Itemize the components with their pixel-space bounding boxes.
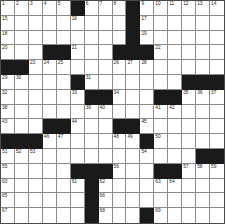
clue-number-18: 18 bbox=[2, 31, 7, 37]
cell-r13c13[interactable]: 64 bbox=[168, 179, 182, 194]
cell-r1c8[interactable]: 7 bbox=[99, 1, 113, 16]
cell-r5c16[interactable] bbox=[210, 60, 224, 75]
cell-r1c11[interactable]: 9 bbox=[140, 1, 154, 16]
cell-r4c16[interactable] bbox=[210, 45, 224, 60]
cell-r2c16[interactable] bbox=[210, 16, 224, 31]
clue-number-9: 9 bbox=[141, 1, 144, 7]
cell-r15c13[interactable] bbox=[168, 208, 182, 223]
cell-r14c5[interactable] bbox=[57, 193, 71, 208]
cell-r6c5[interactable] bbox=[57, 75, 71, 90]
cell-r8c1[interactable]: 38 bbox=[1, 105, 15, 120]
clue-number-14: 14 bbox=[211, 1, 216, 7]
clue-number-20: 20 bbox=[2, 45, 7, 51]
cell-r11c14[interactable] bbox=[182, 149, 196, 164]
clue-number-32: 32 bbox=[2, 90, 7, 96]
cell-r7c11[interactable] bbox=[140, 90, 154, 105]
cell-r10c16[interactable] bbox=[210, 134, 224, 149]
cell-r8c3[interactable] bbox=[29, 105, 43, 120]
clue-number-37: 37 bbox=[211, 90, 216, 96]
black-cell-r1c10 bbox=[126, 1, 140, 16]
clue-number-55: 55 bbox=[2, 164, 7, 170]
cell-r3c15[interactable] bbox=[196, 31, 210, 46]
cell-r12c1[interactable]: 55 bbox=[1, 164, 15, 179]
cell-r15c9[interactable] bbox=[113, 208, 127, 223]
black-cell-r11c16 bbox=[210, 149, 224, 164]
cell-r2c12[interactable] bbox=[154, 16, 168, 31]
black-cell-r15c7 bbox=[85, 208, 99, 223]
cell-r11c12[interactable] bbox=[154, 149, 168, 164]
cell-r3c11[interactable]: 19 bbox=[140, 31, 154, 46]
cell-r9c1[interactable]: 43 bbox=[1, 119, 15, 134]
black-cell-r11c15 bbox=[196, 149, 210, 164]
cell-r13c2[interactable] bbox=[15, 179, 29, 194]
clue-number-58: 58 bbox=[197, 164, 202, 170]
cell-r10c10[interactable]: 49 bbox=[126, 134, 140, 149]
cell-r1c4[interactable]: 4 bbox=[43, 1, 57, 16]
clue-number-24: 24 bbox=[44, 60, 49, 66]
cell-r11c7[interactable] bbox=[85, 149, 99, 164]
clue-number-29: 29 bbox=[2, 75, 7, 81]
black-cell-r5c2 bbox=[15, 60, 29, 75]
cell-r2c2[interactable] bbox=[15, 16, 29, 31]
cell-r6c9[interactable] bbox=[113, 75, 127, 90]
cell-r3c4[interactable] bbox=[43, 31, 57, 46]
black-cell-r12c6 bbox=[71, 164, 85, 179]
cell-r1c1[interactable]: 1 bbox=[1, 1, 15, 16]
clue-number-30: 30 bbox=[16, 75, 21, 81]
clue-number-66: 66 bbox=[100, 193, 105, 199]
cell-r8c2[interactable] bbox=[15, 105, 29, 120]
cell-r12c14[interactable]: 57 bbox=[182, 164, 196, 179]
cell-r13c8[interactable]: 62 bbox=[99, 179, 113, 194]
black-cell-r9c5 bbox=[57, 119, 71, 134]
cell-r10c13[interactable] bbox=[168, 134, 182, 149]
clue-number-36: 36 bbox=[197, 90, 202, 96]
black-cell-r1c6 bbox=[71, 1, 85, 16]
clue-number-31: 31 bbox=[86, 75, 91, 81]
clue-number-47: 47 bbox=[58, 134, 63, 140]
cell-r11c10[interactable] bbox=[126, 149, 140, 164]
cell-r9c12[interactable] bbox=[154, 119, 168, 134]
cell-r10c9[interactable]: 48 bbox=[113, 134, 127, 149]
black-cell-r4c10 bbox=[126, 45, 140, 60]
cell-r9c7[interactable] bbox=[85, 119, 99, 134]
cell-r11c2[interactable]: 52 bbox=[15, 149, 29, 164]
cell-r15c3[interactable] bbox=[29, 208, 43, 223]
cell-r8c7[interactable]: 39 bbox=[85, 105, 99, 120]
cell-r4c6[interactable]: 21 bbox=[71, 45, 85, 60]
cell-r6c8[interactable] bbox=[99, 75, 113, 90]
cell-r7c9[interactable]: 34 bbox=[113, 90, 127, 105]
cell-r12c15[interactable]: 58 bbox=[196, 164, 210, 179]
cell-r6c13[interactable] bbox=[168, 75, 182, 90]
clue-number-35: 35 bbox=[183, 90, 188, 96]
cell-r15c2[interactable] bbox=[15, 208, 29, 223]
cell-r2c7[interactable] bbox=[85, 16, 99, 31]
cell-r15c14[interactable] bbox=[182, 208, 196, 223]
clue-number-19: 19 bbox=[141, 31, 146, 37]
cell-r11c8[interactable] bbox=[99, 149, 113, 164]
clue-number-48: 48 bbox=[114, 134, 119, 140]
cell-r3c9[interactable] bbox=[113, 31, 127, 46]
cell-r5c9[interactable]: 26 bbox=[113, 60, 127, 75]
cell-r6c1[interactable]: 29 bbox=[1, 75, 15, 90]
cell-r12c5[interactable] bbox=[57, 164, 71, 179]
cell-r8c6[interactable] bbox=[71, 105, 85, 120]
cell-r7c3[interactable] bbox=[29, 90, 43, 105]
clue-number-38: 38 bbox=[2, 105, 7, 111]
black-cell-r4c4 bbox=[43, 45, 57, 60]
cell-r8c10[interactable] bbox=[126, 105, 140, 120]
cell-r1c9[interactable]: 8 bbox=[113, 1, 127, 16]
clue-number-21: 21 bbox=[72, 45, 77, 51]
cell-r14c15[interactable] bbox=[196, 193, 210, 208]
black-cell-r7c7 bbox=[85, 90, 99, 105]
cell-r13c1[interactable]: 60 bbox=[1, 179, 15, 194]
cell-r9c2[interactable] bbox=[15, 119, 29, 134]
cell-r13c11[interactable] bbox=[140, 179, 154, 194]
cell-r4c1[interactable]: 20 bbox=[1, 45, 15, 60]
clue-number-68: 68 bbox=[100, 208, 105, 214]
black-cell-r12c8 bbox=[99, 164, 113, 179]
cell-r2c9[interactable] bbox=[113, 16, 127, 31]
cell-r13c15[interactable] bbox=[196, 179, 210, 194]
cell-r12c3[interactable] bbox=[29, 164, 43, 179]
cell-r5c5[interactable]: 25 bbox=[57, 60, 71, 75]
cell-r11c1[interactable]: 51 bbox=[1, 149, 15, 164]
clue-number-11: 11 bbox=[169, 1, 174, 7]
cell-r3c1[interactable]: 18 bbox=[1, 31, 15, 46]
cell-r3c16[interactable] bbox=[210, 31, 224, 46]
cell-r7c14[interactable]: 35 bbox=[182, 90, 196, 105]
cell-r5c4[interactable]: 24 bbox=[43, 60, 57, 75]
black-cell-r6c15 bbox=[196, 75, 210, 90]
black-cell-r3c10 bbox=[126, 31, 140, 46]
cell-r2c5[interactable] bbox=[57, 16, 71, 31]
clue-number-25: 25 bbox=[58, 60, 63, 66]
cell-r1c7[interactable]: 6 bbox=[85, 1, 99, 16]
cell-r13c16[interactable] bbox=[210, 179, 224, 194]
cell-r14c11[interactable] bbox=[140, 193, 154, 208]
cell-r15c8[interactable]: 68 bbox=[99, 208, 113, 223]
black-cell-r14c7 bbox=[85, 193, 99, 208]
cell-r13c9[interactable] bbox=[113, 179, 127, 194]
cell-r9c11[interactable]: 45 bbox=[140, 119, 154, 134]
black-cell-r10c3 bbox=[29, 134, 43, 149]
cell-r14c8[interactable]: 66 bbox=[99, 193, 113, 208]
cell-r10c6[interactable] bbox=[71, 134, 85, 149]
clue-number-23: 23 bbox=[30, 60, 35, 66]
clue-number-8: 8 bbox=[114, 1, 117, 7]
cell-r11c11[interactable]: 54 bbox=[140, 149, 154, 164]
cell-r14c9[interactable] bbox=[113, 193, 127, 208]
black-cell-r2c10 bbox=[126, 16, 140, 31]
cell-r15c4[interactable] bbox=[43, 208, 57, 223]
cell-r5c8[interactable] bbox=[99, 60, 113, 75]
cell-r14c13[interactable] bbox=[168, 193, 182, 208]
cell-r9c8[interactable] bbox=[99, 119, 113, 134]
clue-number-7: 7 bbox=[100, 1, 103, 7]
cell-r1c2[interactable]: 2 bbox=[15, 1, 29, 16]
clue-number-45: 45 bbox=[141, 119, 146, 125]
cell-r10c12[interactable]: 50 bbox=[154, 134, 168, 149]
cell-r3c6[interactable] bbox=[71, 31, 85, 46]
cell-r1c16[interactable]: 14 bbox=[210, 1, 224, 16]
clue-number-12: 12 bbox=[183, 1, 188, 7]
black-cell-r12c12 bbox=[154, 164, 168, 179]
clue-number-16: 16 bbox=[72, 16, 77, 22]
clue-number-65: 65 bbox=[2, 193, 7, 199]
cell-r13c10[interactable] bbox=[126, 179, 140, 194]
cell-r5c7[interactable] bbox=[85, 60, 99, 75]
clue-number-43: 43 bbox=[2, 119, 7, 125]
cell-r15c5[interactable] bbox=[57, 208, 71, 223]
cell-r7c6[interactable]: 33 bbox=[71, 90, 85, 105]
cell-r2c4[interactable] bbox=[43, 16, 57, 31]
black-cell-r10c2 bbox=[15, 134, 29, 149]
cell-r2c15[interactable] bbox=[196, 16, 210, 31]
black-cell-r7c12 bbox=[154, 90, 168, 105]
clue-number-33: 33 bbox=[72, 90, 77, 96]
cell-r7c4[interactable] bbox=[43, 90, 57, 105]
cell-r14c4[interactable] bbox=[43, 193, 57, 208]
clue-number-61: 61 bbox=[72, 179, 77, 185]
black-cell-r6c6 bbox=[71, 75, 85, 90]
cell-r9c15[interactable] bbox=[196, 119, 210, 134]
cell-r8c9[interactable] bbox=[113, 105, 127, 120]
cell-r7c2[interactable] bbox=[15, 90, 29, 105]
cell-r2c13[interactable] bbox=[168, 16, 182, 31]
clue-number-59: 59 bbox=[211, 164, 216, 170]
clue-number-41: 41 bbox=[155, 105, 160, 111]
cell-r14c3[interactable] bbox=[29, 193, 43, 208]
cell-r9c3[interactable] bbox=[29, 119, 43, 134]
clue-number-40: 40 bbox=[100, 105, 105, 111]
cell-r5c10[interactable]: 27 bbox=[126, 60, 140, 75]
cell-r15c6[interactable] bbox=[71, 208, 85, 223]
cell-r5c12[interactable] bbox=[154, 60, 168, 75]
cell-r1c15[interactable]: 13 bbox=[196, 1, 210, 16]
cell-r3c7[interactable] bbox=[85, 31, 99, 46]
cell-r15c16[interactable] bbox=[210, 208, 224, 223]
cell-r2c8[interactable] bbox=[99, 16, 113, 31]
cell-r12c4[interactable] bbox=[43, 164, 57, 179]
cell-r3c14[interactable] bbox=[182, 31, 196, 46]
clue-number-50: 50 bbox=[155, 134, 160, 140]
cell-r14c2[interactable] bbox=[15, 193, 29, 208]
cell-r8c8[interactable]: 40 bbox=[99, 105, 113, 120]
cell-r5c11[interactable]: 28 bbox=[140, 60, 154, 75]
cell-r3c3[interactable] bbox=[29, 31, 43, 46]
cell-r13c14[interactable] bbox=[182, 179, 196, 194]
cell-r4c12[interactable]: 22 bbox=[154, 45, 168, 60]
clue-number-64: 64 bbox=[169, 179, 174, 185]
black-cell-r5c1 bbox=[1, 60, 15, 75]
cell-r12c9[interactable]: 56 bbox=[113, 164, 127, 179]
cell-r11c9[interactable] bbox=[113, 149, 127, 164]
cell-r1c13[interactable]: 11 bbox=[168, 1, 182, 16]
cell-r11c13[interactable] bbox=[168, 149, 182, 164]
cell-r5c13[interactable] bbox=[168, 60, 182, 75]
cell-r1c12[interactable]: 10 bbox=[154, 1, 168, 16]
cell-r13c3[interactable] bbox=[29, 179, 43, 194]
cell-r13c12[interactable]: 63 bbox=[154, 179, 168, 194]
clue-number-54: 54 bbox=[141, 149, 146, 155]
cell-r4c13[interactable] bbox=[168, 45, 182, 60]
cell-r5c15[interactable] bbox=[196, 60, 210, 75]
cell-r6c3[interactable] bbox=[29, 75, 43, 90]
clue-number-46: 46 bbox=[44, 134, 49, 140]
black-cell-r15c11 bbox=[140, 208, 154, 223]
clue-number-56: 56 bbox=[114, 164, 119, 170]
cell-r1c3[interactable]: 3 bbox=[29, 1, 43, 16]
clue-number-15: 15 bbox=[2, 16, 7, 22]
cell-r8c16[interactable] bbox=[210, 105, 224, 120]
clue-number-69: 69 bbox=[155, 208, 160, 214]
cell-r15c15[interactable] bbox=[196, 208, 210, 223]
black-cell-r10c1 bbox=[1, 134, 15, 149]
cell-r14c6[interactable] bbox=[71, 193, 85, 208]
cell-r6c4[interactable] bbox=[43, 75, 57, 90]
cell-r4c7[interactable] bbox=[85, 45, 99, 60]
clue-number-52: 52 bbox=[16, 149, 21, 155]
cell-r5c6[interactable] bbox=[71, 60, 85, 75]
cell-r2c3[interactable] bbox=[29, 16, 43, 31]
cell-r10c14[interactable] bbox=[182, 134, 196, 149]
black-cell-r10c11 bbox=[140, 134, 154, 149]
cell-r5c3[interactable]: 23 bbox=[29, 60, 43, 75]
cell-r10c15[interactable] bbox=[196, 134, 210, 149]
cell-r6c2[interactable]: 30 bbox=[15, 75, 29, 90]
cell-r8c12[interactable]: 41 bbox=[154, 105, 168, 120]
cell-r10c4[interactable]: 46 bbox=[43, 134, 57, 149]
cell-r1c5[interactable]: 5 bbox=[57, 1, 71, 16]
clue-number-60: 60 bbox=[2, 179, 7, 185]
black-cell-r12c13 bbox=[168, 164, 182, 179]
clue-number-27: 27 bbox=[127, 60, 132, 66]
cell-r6c7[interactable]: 31 bbox=[85, 75, 99, 90]
cell-r13c5[interactable] bbox=[57, 179, 71, 194]
cell-r10c8[interactable] bbox=[99, 134, 113, 149]
cell-r2c6[interactable]: 16 bbox=[71, 16, 85, 31]
cell-r15c1[interactable]: 67 bbox=[1, 208, 15, 223]
cell-r12c2[interactable] bbox=[15, 164, 29, 179]
clue-number-5: 5 bbox=[58, 1, 61, 7]
cell-r8c14[interactable] bbox=[182, 105, 196, 120]
cell-r15c10[interactable] bbox=[126, 208, 140, 223]
cell-r11c4[interactable] bbox=[43, 149, 57, 164]
clue-number-6: 6 bbox=[86, 1, 89, 7]
clue-number-2: 2 bbox=[16, 1, 19, 7]
cell-r11c3[interactable]: 53 bbox=[29, 149, 43, 164]
clue-number-26: 26 bbox=[114, 60, 119, 66]
cell-r7c16[interactable]: 37 bbox=[210, 90, 224, 105]
cell-r14c12[interactable] bbox=[154, 193, 168, 208]
cell-r9c16[interactable] bbox=[210, 119, 224, 134]
cell-r14c16[interactable] bbox=[210, 193, 224, 208]
clue-number-34: 34 bbox=[114, 90, 119, 96]
cell-r11c6[interactable] bbox=[71, 149, 85, 164]
cell-r14c10[interactable] bbox=[126, 193, 140, 208]
clue-number-57: 57 bbox=[183, 164, 188, 170]
cell-r9c13[interactable] bbox=[168, 119, 182, 134]
cell-r11c5[interactable] bbox=[57, 149, 71, 164]
cell-r4c8[interactable] bbox=[99, 45, 113, 60]
cell-r10c7[interactable] bbox=[85, 134, 99, 149]
clue-number-51: 51 bbox=[2, 149, 7, 155]
cell-r3c2[interactable] bbox=[15, 31, 29, 46]
clue-number-17: 17 bbox=[141, 16, 146, 22]
clue-number-28: 28 bbox=[141, 60, 146, 66]
cell-r15c12[interactable]: 69 bbox=[154, 208, 168, 223]
clue-number-22: 22 bbox=[155, 45, 160, 51]
cell-r12c11[interactable] bbox=[140, 164, 154, 179]
cell-r3c13[interactable] bbox=[168, 31, 182, 46]
cell-r8c4[interactable] bbox=[43, 105, 57, 120]
clue-number-13: 13 bbox=[197, 1, 202, 7]
cell-r3c5[interactable] bbox=[57, 31, 71, 46]
cell-r4c3[interactable] bbox=[29, 45, 43, 60]
cell-r13c6[interactable]: 61 bbox=[71, 179, 85, 194]
black-cell-r9c9 bbox=[113, 119, 127, 134]
cell-r6c11[interactable] bbox=[140, 75, 154, 90]
cell-r8c15[interactable] bbox=[196, 105, 210, 120]
cell-r3c12[interactable] bbox=[154, 31, 168, 46]
cell-r3c8[interactable] bbox=[99, 31, 113, 46]
cell-r4c14[interactable] bbox=[182, 45, 196, 60]
clue-number-53: 53 bbox=[30, 149, 35, 155]
clue-number-4: 4 bbox=[44, 1, 47, 7]
cell-r2c1[interactable]: 15 bbox=[1, 16, 15, 31]
cell-r14c1[interactable]: 65 bbox=[1, 193, 15, 208]
clue-number-3: 3 bbox=[30, 1, 33, 7]
cell-r6c12[interactable] bbox=[154, 75, 168, 90]
cell-r9c6[interactable]: 44 bbox=[71, 119, 85, 134]
cell-r12c10[interactable] bbox=[126, 164, 140, 179]
crossword-grid: 1234567891011121314151617181920212223242… bbox=[0, 0, 225, 224]
cell-r6c10[interactable] bbox=[126, 75, 140, 90]
black-cell-r4c11 bbox=[140, 45, 154, 60]
cell-r5c14[interactable] bbox=[182, 60, 196, 75]
cell-r7c1[interactable]: 32 bbox=[1, 90, 15, 105]
cell-r7c5[interactable] bbox=[57, 90, 71, 105]
clue-number-62: 62 bbox=[100, 179, 105, 185]
black-cell-r12c7 bbox=[85, 164, 99, 179]
black-cell-r7c13 bbox=[168, 90, 182, 105]
clue-number-67: 67 bbox=[2, 208, 7, 214]
cell-r1c14[interactable]: 12 bbox=[182, 1, 196, 16]
cell-r2c14[interactable] bbox=[182, 16, 196, 31]
cell-r4c2[interactable] bbox=[15, 45, 29, 60]
black-cell-r6c14 bbox=[182, 75, 196, 90]
clue-number-1: 1 bbox=[2, 1, 5, 7]
clue-number-44: 44 bbox=[72, 119, 77, 125]
cell-r2c11[interactable]: 17 bbox=[140, 16, 154, 31]
cell-r8c11[interactable] bbox=[140, 105, 154, 120]
cell-r7c15[interactable]: 36 bbox=[196, 90, 210, 105]
cell-r8c13[interactable]: 42 bbox=[168, 105, 182, 120]
cell-r14c14[interactable] bbox=[182, 193, 196, 208]
cell-r10c5[interactable]: 47 bbox=[57, 134, 71, 149]
cell-r4c15[interactable] bbox=[196, 45, 210, 60]
black-cell-r4c5 bbox=[57, 45, 71, 60]
cell-r12c16[interactable]: 59 bbox=[210, 164, 224, 179]
black-cell-r6c16 bbox=[210, 75, 224, 90]
cell-r8c5[interactable] bbox=[57, 105, 71, 120]
cell-r9c14[interactable] bbox=[182, 119, 196, 134]
cell-r7c10[interactable] bbox=[126, 90, 140, 105]
cell-r13c4[interactable] bbox=[43, 179, 57, 194]
